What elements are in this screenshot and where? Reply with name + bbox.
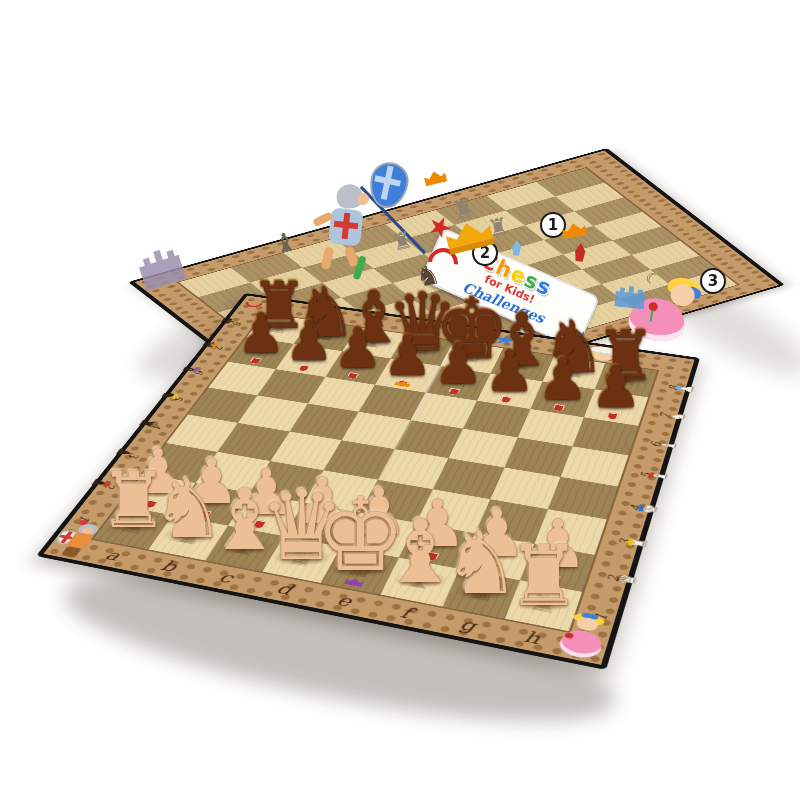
white-king-icon: ♚: [639, 503, 660, 515]
red-shield-icon: [195, 509, 213, 520]
red-shield-icon: [296, 364, 311, 372]
white-queen-icon: ♛: [616, 573, 639, 587]
printed-piece-guide-icon: ♝: [507, 355, 538, 373]
red-shield-icon: [447, 387, 462, 396]
red-shield-icon: [552, 403, 567, 412]
white-knight-icon: ♞: [668, 411, 687, 421]
printed-piece-guide-icon: ♜: [611, 370, 642, 388]
white-pawn-icon: ♟: [677, 384, 696, 394]
red-shield-icon: [141, 499, 159, 509]
printed-piece-guide-icon: ♝: [401, 568, 440, 594]
file-label-g: g: [457, 615, 479, 635]
white-bishop-icon: ♝: [649, 470, 670, 482]
knight-legs: [61, 546, 82, 558]
printed-piece-guide-icon: ♜: [525, 591, 563, 618]
blue-splat-icon: [492, 333, 519, 347]
princess-dress: [556, 627, 605, 660]
black-king-icon: ♚: [218, 316, 237, 324]
black-knight-icon: ♞: [158, 391, 179, 401]
black-queen-icon: ♛: [199, 340, 219, 349]
printed-piece-guide-icon: ♚: [457, 348, 488, 365]
black-bishop-icon: ♝: [179, 365, 199, 374]
printed-piece-guide-icon: ♞: [169, 525, 209, 549]
printed-piece-guide-icon: ♚: [341, 557, 380, 582]
file-label-c: c: [215, 568, 237, 586]
red-shield-icon: [365, 540, 382, 551]
red-shield-icon: [307, 529, 324, 540]
white-rook-icon: ♜: [628, 537, 650, 550]
red-shield-icon: [606, 412, 620, 421]
printed-piece-guide-icon: ♞: [462, 579, 501, 605]
printed-piece-guide-icon: ♞: [558, 363, 589, 381]
helmet-icon: [335, 183, 363, 210]
red-shield-icon: [251, 519, 269, 530]
red-shield-icon: [248, 357, 263, 365]
printed-piece-guide-icon: ♝: [225, 535, 265, 559]
file-label-a: a: [101, 546, 124, 564]
printed-piece-guide-icon: ♝: [358, 334, 390, 351]
black-pawn-icon: ♟: [112, 447, 134, 458]
file-label-f: f: [397, 603, 413, 622]
red-ribbon-icon: [243, 297, 267, 309]
printed-piece-guide-icon: ♛: [407, 341, 439, 358]
printed-piece-guide-icon: ♞: [310, 327, 342, 343]
printed-piece-guide-icon: ♜: [114, 514, 154, 537]
orange-crown-icon: [423, 168, 448, 187]
file-label-b: b: [157, 557, 181, 575]
red-shield-icon: [499, 395, 514, 404]
file-label-h: h: [521, 627, 543, 648]
red-shield-icon: [345, 372, 360, 380]
black-rook-icon: ♜: [136, 418, 157, 428]
product-photo-stage: Chess for Kids! Challenges 123♜♜♜♝♞☾ ♜♞♝…: [0, 0, 800, 800]
black-pawn-icon: ♟: [88, 477, 111, 489]
file-label-d: d: [273, 579, 296, 598]
printed-piece-guide-icon: ♛: [283, 546, 322, 571]
red-shield-icon: [423, 551, 440, 563]
knight-face: [356, 192, 369, 205]
printed-piece-guide-icon: ♜: [263, 320, 295, 336]
file-label-e: e: [334, 591, 356, 610]
white-bishop-icon: ♝: [659, 440, 679, 451]
red-shield-icon: [545, 573, 562, 585]
